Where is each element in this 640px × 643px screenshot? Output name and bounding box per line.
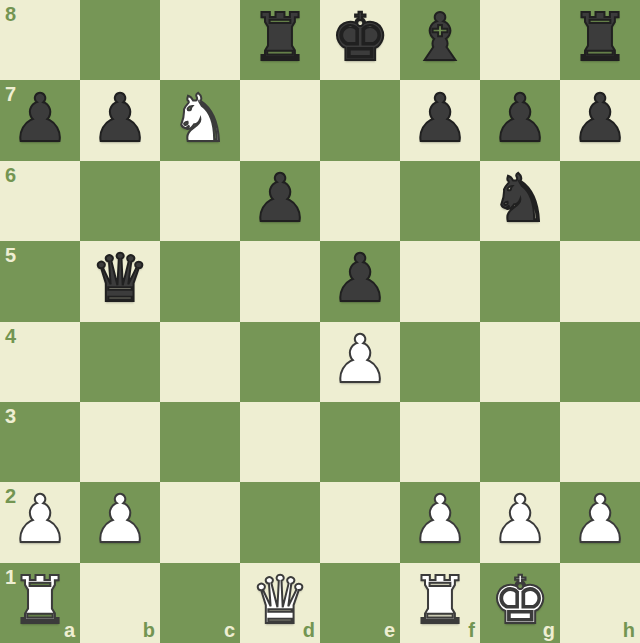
square-g3[interactable] (480, 402, 560, 482)
square-g1[interactable]: g♚ (480, 563, 560, 643)
square-f7[interactable]: ♟ (400, 80, 480, 160)
black-pawn[interactable]: ♟ (330, 239, 389, 319)
square-b1[interactable]: b (80, 563, 160, 643)
file-label-e: e (384, 620, 395, 640)
square-c3[interactable] (160, 402, 240, 482)
square-c8[interactable] (160, 0, 240, 80)
white-pawn[interactable]: ♟ (410, 480, 469, 560)
square-d6[interactable]: ♟ (240, 161, 320, 241)
black-pawn[interactable]: ♟ (250, 159, 309, 239)
square-e3[interactable] (320, 402, 400, 482)
black-rook[interactable]: ♜ (570, 0, 629, 78)
square-d1[interactable]: d♛ (240, 563, 320, 643)
black-pawn[interactable]: ♟ (570, 79, 629, 159)
white-queen[interactable]: ♛ (250, 561, 309, 641)
square-b7[interactable]: ♟ (80, 80, 160, 160)
square-g5[interactable] (480, 241, 560, 321)
file-label-c: c (224, 620, 235, 640)
chess-board-container: 8♜♚♝♜7♟♟♞♟♟♟6♟♞5♛♟4♟32♟♟♟♟♟1a♜bcd♛ef♜g♚h (0, 0, 640, 643)
white-pawn[interactable]: ♟ (490, 480, 549, 560)
square-h6[interactable] (560, 161, 640, 241)
square-h2[interactable]: ♟ (560, 482, 640, 562)
square-b4[interactable] (80, 322, 160, 402)
black-pawn[interactable]: ♟ (10, 79, 69, 159)
square-e2[interactable] (320, 482, 400, 562)
square-e8[interactable]: ♚ (320, 0, 400, 80)
square-e1[interactable]: e (320, 563, 400, 643)
white-pawn[interactable]: ♟ (10, 480, 69, 560)
square-e6[interactable] (320, 161, 400, 241)
square-f1[interactable]: f♜ (400, 563, 480, 643)
chess-board: 8♜♚♝♜7♟♟♞♟♟♟6♟♞5♛♟4♟32♟♟♟♟♟1a♜bcd♛ef♜g♚h (0, 0, 640, 643)
black-pawn[interactable]: ♟ (490, 79, 549, 159)
black-pawn[interactable]: ♟ (90, 79, 149, 159)
square-g7[interactable]: ♟ (480, 80, 560, 160)
square-e5[interactable]: ♟ (320, 241, 400, 321)
square-d4[interactable] (240, 322, 320, 402)
square-c5[interactable] (160, 241, 240, 321)
square-c6[interactable] (160, 161, 240, 241)
square-c1[interactable]: c (160, 563, 240, 643)
black-queen[interactable]: ♛ (90, 239, 149, 319)
square-g8[interactable] (480, 0, 560, 80)
square-h8[interactable]: ♜ (560, 0, 640, 80)
square-a4[interactable]: 4 (0, 322, 80, 402)
square-b2[interactable]: ♟ (80, 482, 160, 562)
white-pawn[interactable]: ♟ (570, 480, 629, 560)
square-a8[interactable]: 8 (0, 0, 80, 80)
black-king[interactable]: ♚ (330, 0, 389, 78)
square-a2[interactable]: 2♟ (0, 482, 80, 562)
white-pawn[interactable]: ♟ (330, 320, 389, 400)
square-a6[interactable]: 6 (0, 161, 80, 241)
white-rook[interactable]: ♜ (10, 561, 69, 641)
square-d3[interactable] (240, 402, 320, 482)
file-label-h: h (623, 620, 635, 640)
file-label-b: b (143, 620, 155, 640)
square-b8[interactable] (80, 0, 160, 80)
square-h1[interactable]: h (560, 563, 640, 643)
rank-label-5: 5 (5, 245, 16, 265)
square-b3[interactable] (80, 402, 160, 482)
black-pawn[interactable]: ♟ (410, 79, 469, 159)
square-d8[interactable]: ♜ (240, 0, 320, 80)
square-b6[interactable] (80, 161, 160, 241)
rank-label-4: 4 (5, 326, 16, 346)
square-f6[interactable] (400, 161, 480, 241)
square-h7[interactable]: ♟ (560, 80, 640, 160)
black-bishop[interactable]: ♝ (410, 0, 469, 78)
square-h5[interactable] (560, 241, 640, 321)
white-king[interactable]: ♚ (490, 561, 549, 641)
square-a7[interactable]: 7♟ (0, 80, 80, 160)
square-a5[interactable]: 5 (0, 241, 80, 321)
rank-label-6: 6 (5, 165, 16, 185)
square-f4[interactable] (400, 322, 480, 402)
square-c4[interactable] (160, 322, 240, 402)
square-b5[interactable]: ♛ (80, 241, 160, 321)
square-c7[interactable]: ♞ (160, 80, 240, 160)
white-pawn[interactable]: ♟ (90, 480, 149, 560)
square-f2[interactable]: ♟ (400, 482, 480, 562)
square-e7[interactable] (320, 80, 400, 160)
square-a1[interactable]: 1a♜ (0, 563, 80, 643)
square-h4[interactable] (560, 322, 640, 402)
white-rook[interactable]: ♜ (410, 561, 469, 641)
square-g6[interactable]: ♞ (480, 161, 560, 241)
square-d2[interactable] (240, 482, 320, 562)
square-f3[interactable] (400, 402, 480, 482)
white-knight[interactable]: ♞ (170, 79, 229, 159)
rank-label-8: 8 (5, 4, 16, 24)
square-d5[interactable] (240, 241, 320, 321)
square-e4[interactable]: ♟ (320, 322, 400, 402)
square-g4[interactable] (480, 322, 560, 402)
black-knight[interactable]: ♞ (490, 159, 549, 239)
square-f8[interactable]: ♝ (400, 0, 480, 80)
square-h3[interactable] (560, 402, 640, 482)
square-f5[interactable] (400, 241, 480, 321)
square-a3[interactable]: 3 (0, 402, 80, 482)
square-d7[interactable] (240, 80, 320, 160)
square-g2[interactable]: ♟ (480, 482, 560, 562)
square-c2[interactable] (160, 482, 240, 562)
black-rook[interactable]: ♜ (250, 0, 309, 78)
rank-label-3: 3 (5, 406, 16, 426)
